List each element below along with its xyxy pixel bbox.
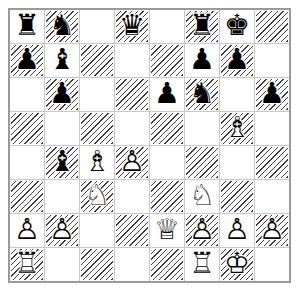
square-e2[interactable]: ♛♕ bbox=[150, 214, 184, 247]
black-piece-glyph: ♟ bbox=[154, 79, 180, 108]
square-e8[interactable] bbox=[150, 10, 184, 43]
black-piece-glyph: ♛ bbox=[119, 11, 145, 40]
square-e6[interactable]: ♟ bbox=[150, 78, 184, 111]
piece-black-rook: ♜ bbox=[185, 10, 219, 43]
white-piece-outline: ♙ bbox=[259, 215, 285, 244]
square-e4[interactable] bbox=[150, 146, 184, 179]
square-a4[interactable] bbox=[10, 146, 44, 179]
square-d7[interactable] bbox=[115, 44, 149, 77]
piece-black-pawn: ♟ bbox=[150, 78, 184, 111]
piece-black-knight: ♞ bbox=[45, 10, 79, 43]
square-f2[interactable]: ♟♙ bbox=[185, 214, 219, 247]
square-c8[interactable] bbox=[80, 10, 114, 43]
square-h6[interactable]: ♟ bbox=[255, 78, 289, 111]
square-f4[interactable] bbox=[185, 146, 219, 179]
square-g8[interactable]: ♚ bbox=[220, 10, 254, 43]
white-piece-outline: ♗ bbox=[84, 147, 110, 176]
square-g4[interactable] bbox=[220, 146, 254, 179]
white-piece-outline: ♙ bbox=[119, 147, 145, 176]
white-piece-outline: ♔ bbox=[224, 249, 250, 278]
square-d5[interactable] bbox=[115, 112, 149, 145]
square-b5[interactable] bbox=[45, 112, 79, 145]
piece-black-bishop: ♝ bbox=[45, 146, 79, 179]
black-piece-glyph: ♝ bbox=[49, 147, 75, 176]
piece-white-queen: ♛♕ bbox=[150, 214, 184, 247]
piece-white-king: ♚♔ bbox=[220, 248, 254, 281]
piece-black-pawn: ♟ bbox=[45, 78, 79, 111]
square-h8[interactable] bbox=[255, 10, 289, 43]
piece-white-pawn: ♟♙ bbox=[220, 214, 254, 247]
square-f3[interactable]: ♞♘ bbox=[185, 180, 219, 213]
black-piece-glyph: ♟ bbox=[224, 45, 250, 74]
square-c4[interactable]: ♝♗ bbox=[80, 146, 114, 179]
square-c6[interactable] bbox=[80, 78, 114, 111]
square-a5[interactable] bbox=[10, 112, 44, 145]
piece-black-queen: ♛ bbox=[115, 10, 149, 43]
square-b1[interactable] bbox=[45, 248, 79, 281]
square-b3[interactable] bbox=[45, 180, 79, 213]
piece-black-bishop: ♝ bbox=[45, 44, 79, 77]
square-d8[interactable]: ♛ bbox=[115, 10, 149, 43]
white-piece-outline: ♖ bbox=[14, 249, 40, 278]
piece-white-pawn: ♟♙ bbox=[10, 214, 44, 247]
piece-black-pawn: ♟ bbox=[255, 78, 289, 111]
square-h1[interactable] bbox=[255, 248, 289, 281]
piece-white-bishop: ♝♗ bbox=[80, 146, 114, 179]
square-a7[interactable]: ♟ bbox=[10, 44, 44, 77]
piece-white-rook: ♜♖ bbox=[10, 248, 44, 281]
square-f6[interactable]: ♞ bbox=[185, 78, 219, 111]
piece-black-rook: ♜ bbox=[10, 10, 44, 43]
black-piece-glyph: ♜ bbox=[14, 11, 40, 40]
square-a6[interactable] bbox=[10, 78, 44, 111]
black-piece-glyph: ♟ bbox=[259, 79, 285, 108]
square-b4[interactable]: ♝ bbox=[45, 146, 79, 179]
piece-white-pawn: ♟♙ bbox=[45, 214, 79, 247]
square-h2[interactable]: ♟♙ bbox=[255, 214, 289, 247]
white-piece-outline: ♙ bbox=[49, 215, 75, 244]
black-piece-glyph: ♚ bbox=[224, 11, 250, 40]
black-piece-glyph: ♝ bbox=[49, 45, 75, 74]
square-b8[interactable]: ♞ bbox=[45, 10, 79, 43]
piece-black-pawn: ♟ bbox=[185, 44, 219, 77]
square-d3[interactable] bbox=[115, 180, 149, 213]
piece-white-knight: ♞♘ bbox=[80, 180, 114, 213]
square-g2[interactable]: ♟♙ bbox=[220, 214, 254, 247]
piece-white-pawn: ♟♙ bbox=[185, 214, 219, 247]
white-piece-outline: ♙ bbox=[224, 215, 250, 244]
square-c7[interactable] bbox=[80, 44, 114, 77]
piece-white-bishop: ♝♗ bbox=[220, 112, 254, 145]
square-g1[interactable]: ♚♔ bbox=[220, 248, 254, 281]
white-piece-outline: ♘ bbox=[84, 181, 110, 210]
white-piece-outline: ♘ bbox=[189, 181, 215, 210]
square-d6[interactable] bbox=[115, 78, 149, 111]
square-c1[interactable] bbox=[80, 248, 114, 281]
square-c3[interactable]: ♞♘ bbox=[80, 180, 114, 213]
black-piece-glyph: ♞ bbox=[189, 79, 215, 108]
piece-black-pawn: ♟ bbox=[10, 44, 44, 77]
black-piece-glyph: ♞ bbox=[49, 11, 75, 40]
piece-black-knight: ♞ bbox=[185, 78, 219, 111]
square-c2[interactable] bbox=[80, 214, 114, 247]
square-h4[interactable] bbox=[255, 146, 289, 179]
piece-white-knight: ♞♘ bbox=[185, 180, 219, 213]
white-piece-outline: ♖ bbox=[189, 249, 215, 278]
white-piece-outline: ♕ bbox=[154, 215, 180, 244]
square-g6[interactable] bbox=[220, 78, 254, 111]
square-d2[interactable] bbox=[115, 214, 149, 247]
square-b2[interactable]: ♟♙ bbox=[45, 214, 79, 247]
square-f5[interactable] bbox=[185, 112, 219, 145]
square-e7[interactable] bbox=[150, 44, 184, 77]
square-a3[interactable] bbox=[10, 180, 44, 213]
square-f1[interactable]: ♜♖ bbox=[185, 248, 219, 281]
square-d4[interactable]: ♟♙ bbox=[115, 146, 149, 179]
square-c5[interactable] bbox=[80, 112, 114, 145]
black-piece-glyph: ♟ bbox=[189, 45, 215, 74]
square-b6[interactable]: ♟ bbox=[45, 78, 79, 111]
square-g5[interactable]: ♝♗ bbox=[220, 112, 254, 145]
square-h3[interactable] bbox=[255, 180, 289, 213]
square-f8[interactable]: ♜ bbox=[185, 10, 219, 43]
square-g3[interactable] bbox=[220, 180, 254, 213]
square-b7[interactable]: ♝ bbox=[45, 44, 79, 77]
black-piece-glyph: ♟ bbox=[14, 45, 40, 74]
black-piece-glyph: ♜ bbox=[189, 11, 215, 40]
square-a8[interactable]: ♜ bbox=[10, 10, 44, 43]
white-piece-outline: ♙ bbox=[189, 215, 215, 244]
square-h7[interactable] bbox=[255, 44, 289, 77]
chess-board: ♜♞♛♜♚♟♝♟♟♟♟♞♟♝♗♝♝♗♟♙♞♘♞♘♟♙♟♙♛♕♟♙♟♙♟♙♜♖♜♖… bbox=[8, 8, 291, 283]
square-d1[interactable] bbox=[115, 248, 149, 281]
square-e3[interactable] bbox=[150, 180, 184, 213]
square-a1[interactable]: ♜♖ bbox=[10, 248, 44, 281]
square-e5[interactable] bbox=[150, 112, 184, 145]
piece-white-rook: ♜♖ bbox=[185, 248, 219, 281]
square-f7[interactable]: ♟ bbox=[185, 44, 219, 77]
piece-black-pawn: ♟ bbox=[220, 44, 254, 77]
white-piece-outline: ♗ bbox=[224, 113, 250, 142]
chess-diagram: ♜♞♛♜♚♟♝♟♟♟♟♞♟♝♗♝♝♗♟♙♞♘♞♘♟♙♟♙♛♕♟♙♟♙♟♙♜♖♜♖… bbox=[8, 8, 291, 283]
square-a2[interactable]: ♟♙ bbox=[10, 214, 44, 247]
square-h5[interactable] bbox=[255, 112, 289, 145]
piece-black-king: ♚ bbox=[220, 10, 254, 43]
black-piece-glyph: ♟ bbox=[49, 79, 75, 108]
square-g7[interactable]: ♟ bbox=[220, 44, 254, 77]
square-e1[interactable] bbox=[150, 248, 184, 281]
piece-white-pawn: ♟♙ bbox=[255, 214, 289, 247]
piece-white-pawn: ♟♙ bbox=[115, 146, 149, 179]
white-piece-outline: ♙ bbox=[14, 215, 40, 244]
